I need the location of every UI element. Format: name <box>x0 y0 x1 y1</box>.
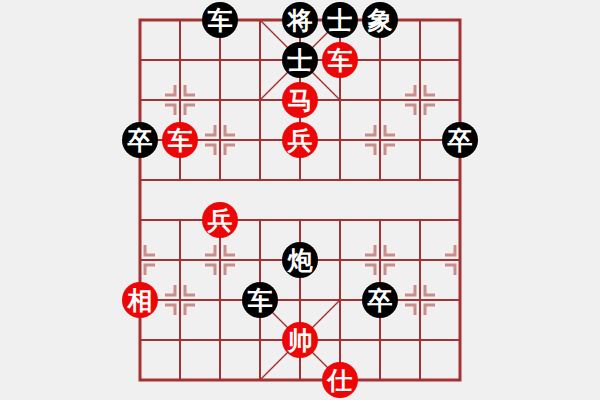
pieces-layer[interactable]: 车将士象士车马卒车兵卒兵炮相车卒帅仕 <box>120 0 480 400</box>
piece-black-chariot[interactable]: 车 <box>242 282 278 318</box>
piece-black-chariot[interactable]: 车 <box>202 2 238 38</box>
piece-red-soldier[interactable]: 兵 <box>202 202 238 238</box>
piece-red-advisor[interactable]: 仕 <box>322 362 358 398</box>
piece-red-chariot[interactable]: 车 <box>162 122 198 158</box>
piece-black-soldier[interactable]: 卒 <box>442 122 478 158</box>
piece-black-general[interactable]: 将 <box>282 2 318 38</box>
piece-red-horse[interactable]: 马 <box>282 82 318 118</box>
piece-black-advisor[interactable]: 士 <box>282 42 318 78</box>
piece-black-soldier[interactable]: 卒 <box>362 282 398 318</box>
piece-black-advisor[interactable]: 士 <box>322 2 358 38</box>
piece-red-soldier[interactable]: 兵 <box>282 122 318 158</box>
piece-black-elephant[interactable]: 象 <box>362 2 398 38</box>
piece-black-soldier[interactable]: 卒 <box>122 122 158 158</box>
piece-red-general[interactable]: 帅 <box>282 322 318 358</box>
piece-black-cannon[interactable]: 炮 <box>282 242 318 278</box>
xiangqi-board: 车将士象士车马卒车兵卒兵炮相车卒帅仕 <box>0 0 600 400</box>
piece-red-elephant[interactable]: 相 <box>122 282 158 318</box>
piece-red-chariot[interactable]: 车 <box>322 42 358 78</box>
